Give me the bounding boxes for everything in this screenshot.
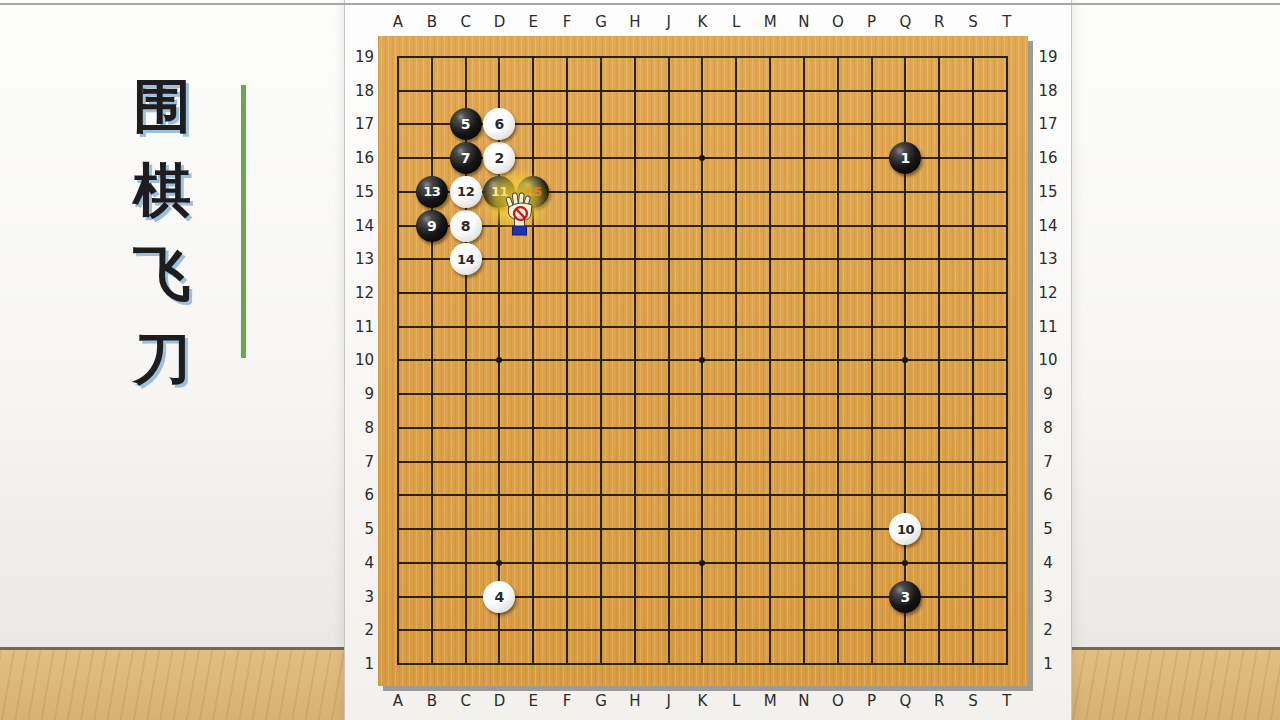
board-intersection[interactable] — [381, 512, 415, 546]
stone-black-13[interactable]: 13 — [416, 176, 448, 208]
board-intersection[interactable] — [550, 141, 584, 175]
board-intersection[interactable] — [990, 141, 1024, 175]
board-intersection[interactable] — [855, 108, 889, 142]
board-intersection[interactable] — [449, 445, 483, 479]
board-intersection[interactable] — [550, 40, 584, 74]
board-intersection[interactable] — [855, 242, 889, 276]
board-intersection[interactable] — [787, 580, 821, 614]
board-intersection[interactable] — [889, 209, 923, 243]
board-intersection[interactable] — [686, 411, 720, 445]
board-intersection[interactable] — [516, 141, 550, 175]
board-intersection[interactable] — [787, 478, 821, 512]
board-intersection[interactable] — [516, 242, 550, 276]
board-intersection[interactable] — [652, 310, 686, 344]
board-intersection[interactable] — [686, 209, 720, 243]
board-intersection[interactable] — [618, 546, 652, 580]
board-intersection[interactable] — [381, 108, 415, 142]
board-intersection[interactable] — [584, 546, 618, 580]
board-intersection[interactable] — [753, 377, 787, 411]
board-intersection[interactable] — [381, 647, 415, 681]
board-intersection[interactable] — [415, 276, 449, 310]
board-intersection[interactable] — [821, 478, 855, 512]
board-intersection[interactable] — [415, 512, 449, 546]
stone-black-5[interactable]: 5 — [450, 108, 482, 140]
board-intersection[interactable] — [449, 546, 483, 580]
board-intersection[interactable] — [719, 242, 753, 276]
board-intersection[interactable] — [956, 613, 990, 647]
board-intersection[interactable] — [686, 344, 720, 378]
board-intersection[interactable] — [686, 613, 720, 647]
board-intersection[interactable] — [652, 242, 686, 276]
board-intersection[interactable] — [584, 445, 618, 479]
board-intersection[interactable] — [922, 310, 956, 344]
board-intersection[interactable] — [618, 209, 652, 243]
board-intersection[interactable] — [618, 40, 652, 74]
board-intersection[interactable] — [415, 411, 449, 445]
board-intersection[interactable] — [821, 40, 855, 74]
board-intersection[interactable] — [889, 546, 923, 580]
board-intersection[interactable] — [719, 478, 753, 512]
board-intersection[interactable] — [719, 209, 753, 243]
board-intersection[interactable] — [787, 512, 821, 546]
board-intersection[interactable] — [922, 445, 956, 479]
board-intersection[interactable] — [922, 276, 956, 310]
board-intersection[interactable] — [889, 108, 923, 142]
board-intersection[interactable] — [652, 74, 686, 108]
board-intersection[interactable] — [381, 377, 415, 411]
board-intersection[interactable] — [584, 276, 618, 310]
board-intersection[interactable] — [821, 445, 855, 479]
board-intersection[interactable] — [415, 40, 449, 74]
board-intersection[interactable] — [686, 580, 720, 614]
board-intersection[interactable] — [415, 242, 449, 276]
board-intersection[interactable] — [956, 546, 990, 580]
board-intersection[interactable] — [516, 344, 550, 378]
stone-black-7[interactable]: 7 — [450, 142, 482, 174]
board-intersection[interactable] — [719, 108, 753, 142]
board-intersection[interactable] — [821, 141, 855, 175]
board-intersection[interactable] — [483, 276, 517, 310]
board-intersection[interactable] — [787, 175, 821, 209]
board-intersection[interactable] — [381, 478, 415, 512]
board-intersection[interactable] — [618, 344, 652, 378]
board-intersection[interactable] — [550, 445, 584, 479]
board-intersection[interactable] — [956, 344, 990, 378]
board-intersection[interactable] — [415, 141, 449, 175]
board-intersection[interactable] — [719, 74, 753, 108]
board-intersection[interactable] — [516, 310, 550, 344]
board-intersection[interactable] — [618, 580, 652, 614]
board-intersection[interactable] — [719, 512, 753, 546]
board-intersection[interactable] — [550, 108, 584, 142]
board-intersection[interactable] — [415, 546, 449, 580]
board-intersection[interactable] — [753, 344, 787, 378]
board-intersection[interactable] — [381, 242, 415, 276]
board-intersection[interactable] — [889, 40, 923, 74]
board-intersection[interactable] — [584, 141, 618, 175]
board-intersection[interactable] — [719, 411, 753, 445]
stone-white-14[interactable]: 14 — [450, 243, 482, 275]
board-intersection[interactable] — [381, 209, 415, 243]
board-intersection[interactable] — [449, 580, 483, 614]
board-intersection[interactable] — [787, 276, 821, 310]
board-intersection[interactable] — [652, 613, 686, 647]
board-intersection[interactable] — [516, 74, 550, 108]
board-intersection[interactable] — [415, 613, 449, 647]
board-intersection[interactable] — [686, 276, 720, 310]
board-intersection[interactable] — [753, 108, 787, 142]
stone-black-3[interactable]: 3 — [889, 581, 921, 613]
board-intersection[interactable] — [483, 242, 517, 276]
board-intersection[interactable] — [787, 647, 821, 681]
board-intersection[interactable] — [787, 141, 821, 175]
board-intersection[interactable] — [686, 512, 720, 546]
board-intersection[interactable] — [381, 175, 415, 209]
board-intersection[interactable] — [719, 344, 753, 378]
board-intersection[interactable] — [753, 411, 787, 445]
board-intersection[interactable] — [550, 209, 584, 243]
board-intersection[interactable] — [618, 242, 652, 276]
board-intersection[interactable] — [855, 647, 889, 681]
board-intersection[interactable] — [449, 344, 483, 378]
board-intersection[interactable] — [516, 580, 550, 614]
board-intersection[interactable] — [449, 411, 483, 445]
board-intersection[interactable] — [584, 310, 618, 344]
board-intersection[interactable] — [990, 74, 1024, 108]
board-intersection[interactable] — [652, 276, 686, 310]
board-intersection[interactable] — [686, 175, 720, 209]
board-intersection[interactable] — [753, 209, 787, 243]
board-intersection[interactable] — [449, 40, 483, 74]
board-intersection[interactable] — [855, 209, 889, 243]
board-intersection[interactable] — [889, 613, 923, 647]
board-intersection[interactable] — [719, 141, 753, 175]
board-intersection[interactable] — [652, 108, 686, 142]
board-intersection[interactable] — [787, 40, 821, 74]
board-intersection[interactable] — [449, 74, 483, 108]
board-intersection[interactable] — [787, 344, 821, 378]
board-intersection[interactable] — [686, 108, 720, 142]
board-intersection[interactable] — [855, 546, 889, 580]
board-intersection[interactable] — [381, 445, 415, 479]
board-intersection[interactable] — [922, 108, 956, 142]
board-intersection[interactable] — [516, 647, 550, 681]
board-intersection[interactable] — [449, 647, 483, 681]
board-intersection[interactable] — [449, 276, 483, 310]
board-intersection[interactable] — [483, 411, 517, 445]
board-intersection[interactable] — [584, 242, 618, 276]
board-intersection[interactable] — [990, 445, 1024, 479]
stone-white-12[interactable]: 12 — [450, 176, 482, 208]
board-intersection[interactable] — [990, 175, 1024, 209]
board-intersection[interactable] — [618, 445, 652, 479]
board-intersection[interactable] — [516, 478, 550, 512]
board-intersection[interactable] — [855, 175, 889, 209]
board-intersection[interactable] — [550, 546, 584, 580]
board-intersection[interactable] — [652, 546, 686, 580]
board-intersection[interactable] — [381, 74, 415, 108]
stone-white-8[interactable]: 8 — [450, 210, 482, 242]
board-intersection[interactable] — [652, 377, 686, 411]
board-intersection[interactable] — [618, 613, 652, 647]
board-intersection[interactable] — [686, 445, 720, 479]
board-intersection[interactable] — [381, 141, 415, 175]
board-intersection[interactable] — [550, 74, 584, 108]
board-intersection[interactable] — [922, 377, 956, 411]
board-intersection[interactable] — [584, 613, 618, 647]
board-intersection[interactable] — [550, 613, 584, 647]
board-intersection[interactable] — [821, 613, 855, 647]
board-intersection[interactable] — [415, 647, 449, 681]
board-intersection[interactable] — [821, 175, 855, 209]
board-intersection[interactable] — [686, 74, 720, 108]
board-intersection[interactable] — [652, 478, 686, 512]
board-intersection[interactable] — [686, 478, 720, 512]
board-intersection[interactable] — [550, 647, 584, 681]
board-intersection[interactable] — [821, 647, 855, 681]
board-intersection[interactable] — [787, 377, 821, 411]
board-intersection[interactable] — [889, 242, 923, 276]
board-intersection[interactable] — [415, 580, 449, 614]
board-intersection[interactable] — [889, 478, 923, 512]
board-intersection[interactable] — [855, 377, 889, 411]
board-intersection[interactable] — [990, 580, 1024, 614]
board-intersection[interactable] — [584, 647, 618, 681]
board-intersection[interactable] — [449, 478, 483, 512]
board-intersection[interactable] — [956, 580, 990, 614]
board-intersection[interactable] — [686, 647, 720, 681]
board-intersection[interactable] — [652, 512, 686, 546]
board-intersection[interactable] — [922, 141, 956, 175]
board-intersection[interactable] — [956, 445, 990, 479]
board-intersection[interactable] — [956, 242, 990, 276]
board-intersection[interactable] — [618, 141, 652, 175]
board-intersection[interactable] — [719, 175, 753, 209]
board-intersection[interactable] — [618, 108, 652, 142]
board-intersection[interactable] — [618, 377, 652, 411]
board-intersection[interactable] — [956, 209, 990, 243]
board-intersection[interactable] — [855, 445, 889, 479]
board-intersection[interactable] — [990, 276, 1024, 310]
board-intersection[interactable] — [550, 411, 584, 445]
board-intersection[interactable] — [821, 377, 855, 411]
board-intersection[interactable] — [719, 546, 753, 580]
board-intersection[interactable] — [584, 478, 618, 512]
board-intersection[interactable] — [787, 108, 821, 142]
board-intersection[interactable] — [483, 647, 517, 681]
board-intersection[interactable] — [787, 242, 821, 276]
board-intersection[interactable] — [956, 512, 990, 546]
board-intersection[interactable] — [686, 546, 720, 580]
board-intersection[interactable] — [990, 647, 1024, 681]
board-intersection[interactable] — [821, 546, 855, 580]
board-intersection[interactable] — [652, 209, 686, 243]
board-intersection[interactable] — [956, 647, 990, 681]
board-intersection[interactable] — [753, 276, 787, 310]
board-intersection[interactable] — [821, 209, 855, 243]
board-intersection[interactable] — [990, 411, 1024, 445]
board-intersection[interactable] — [753, 512, 787, 546]
board-intersection[interactable] — [956, 276, 990, 310]
board-intersection[interactable] — [483, 512, 517, 546]
board-intersection[interactable] — [855, 613, 889, 647]
board-intersection[interactable] — [821, 74, 855, 108]
board-intersection[interactable] — [550, 478, 584, 512]
board-intersection[interactable] — [449, 310, 483, 344]
board-intersection[interactable] — [753, 613, 787, 647]
board-intersection[interactable] — [990, 310, 1024, 344]
board-intersection[interactable] — [381, 40, 415, 74]
board-intersection[interactable] — [550, 242, 584, 276]
board-intersection[interactable] — [618, 512, 652, 546]
board-intersection[interactable] — [990, 546, 1024, 580]
board-intersection[interactable] — [516, 40, 550, 74]
board-intersection[interactable] — [516, 613, 550, 647]
stone-white-4[interactable]: 4 — [483, 581, 515, 613]
board-intersection[interactable] — [990, 512, 1024, 546]
board-intersection[interactable] — [922, 242, 956, 276]
board-intersection[interactable] — [922, 74, 956, 108]
board-intersection[interactable] — [956, 175, 990, 209]
board-intersection[interactable] — [415, 108, 449, 142]
board-intersection[interactable] — [483, 377, 517, 411]
board-intersection[interactable] — [889, 647, 923, 681]
board-intersection[interactable] — [990, 478, 1024, 512]
board-intersection[interactable] — [821, 512, 855, 546]
board-intersection[interactable] — [550, 512, 584, 546]
board-intersection[interactable] — [550, 310, 584, 344]
board-intersection[interactable] — [516, 108, 550, 142]
board-intersection[interactable] — [719, 445, 753, 479]
board-intersection[interactable] — [686, 40, 720, 74]
board-intersection[interactable] — [753, 242, 787, 276]
stone-black-9[interactable]: 9 — [416, 210, 448, 242]
board-intersection[interactable] — [483, 445, 517, 479]
board-intersection[interactable] — [990, 40, 1024, 74]
board-intersection[interactable] — [855, 344, 889, 378]
board-intersection[interactable] — [922, 512, 956, 546]
board-intersection[interactable] — [584, 40, 618, 74]
board-intersection[interactable] — [584, 175, 618, 209]
board-intersection[interactable] — [415, 377, 449, 411]
board-intersection[interactable] — [821, 411, 855, 445]
board-intersection[interactable] — [787, 209, 821, 243]
board-intersection[interactable] — [922, 411, 956, 445]
board-intersection[interactable] — [753, 546, 787, 580]
board-intersection[interactable] — [821, 108, 855, 142]
board-intersection[interactable] — [753, 74, 787, 108]
board-intersection[interactable] — [821, 580, 855, 614]
board-intersection[interactable] — [922, 478, 956, 512]
board-intersection[interactable] — [584, 209, 618, 243]
board-intersection[interactable] — [990, 242, 1024, 276]
board-intersection[interactable] — [889, 276, 923, 310]
board-intersection[interactable] — [618, 74, 652, 108]
board-intersection[interactable] — [719, 580, 753, 614]
board-intersection[interactable] — [652, 411, 686, 445]
board-intersection[interactable] — [956, 310, 990, 344]
board-intersection[interactable] — [618, 175, 652, 209]
board-intersection[interactable] — [821, 344, 855, 378]
board-intersection[interactable] — [652, 344, 686, 378]
board-intersection[interactable] — [855, 74, 889, 108]
board-intersection[interactable] — [516, 377, 550, 411]
board-intersection[interactable] — [381, 344, 415, 378]
board-intersection[interactable] — [381, 580, 415, 614]
board-intersection[interactable] — [855, 40, 889, 74]
board-intersection[interactable] — [516, 546, 550, 580]
board-intersection[interactable] — [415, 310, 449, 344]
board-intersection[interactable] — [719, 377, 753, 411]
board-intersection[interactable] — [753, 580, 787, 614]
board-intersection[interactable] — [449, 512, 483, 546]
board-intersection[interactable] — [652, 445, 686, 479]
board-intersection[interactable] — [584, 512, 618, 546]
board-intersection[interactable] — [855, 141, 889, 175]
board-intersection[interactable] — [483, 344, 517, 378]
board-intersection[interactable] — [753, 175, 787, 209]
board-intersection[interactable] — [516, 445, 550, 479]
board-intersection[interactable] — [889, 445, 923, 479]
board-intersection[interactable] — [584, 74, 618, 108]
board-intersection[interactable] — [550, 580, 584, 614]
board-intersection[interactable] — [855, 580, 889, 614]
board-intersection[interactable] — [821, 242, 855, 276]
board-intersection[interactable] — [787, 445, 821, 479]
board-intersection[interactable] — [483, 546, 517, 580]
board-intersection[interactable] — [618, 276, 652, 310]
board-intersection[interactable] — [618, 411, 652, 445]
board-intersection[interactable] — [922, 580, 956, 614]
board-intersection[interactable] — [889, 377, 923, 411]
board-intersection[interactable] — [787, 74, 821, 108]
board-intersection[interactable] — [753, 141, 787, 175]
board-intersection[interactable] — [584, 108, 618, 142]
board-intersection[interactable] — [855, 310, 889, 344]
board-intersection[interactable] — [381, 613, 415, 647]
board-intersection[interactable] — [889, 175, 923, 209]
board-intersection[interactable] — [922, 175, 956, 209]
board-intersection[interactable] — [855, 512, 889, 546]
board-intersection[interactable] — [381, 546, 415, 580]
board-intersection[interactable] — [889, 310, 923, 344]
board-intersection[interactable] — [686, 310, 720, 344]
board-intersection[interactable] — [381, 411, 415, 445]
board-intersection[interactable] — [855, 411, 889, 445]
board-intersection[interactable] — [753, 445, 787, 479]
board-intersection[interactable] — [516, 512, 550, 546]
board-intersection[interactable] — [719, 647, 753, 681]
board-intersection[interactable] — [956, 40, 990, 74]
board-intersection[interactable] — [990, 377, 1024, 411]
board-intersection[interactable] — [381, 276, 415, 310]
board-intersection[interactable] — [516, 276, 550, 310]
board-intersection[interactable] — [584, 344, 618, 378]
board-intersection[interactable] — [719, 613, 753, 647]
board-intersection[interactable] — [415, 445, 449, 479]
board-intersection[interactable] — [652, 141, 686, 175]
board-intersection[interactable] — [855, 276, 889, 310]
board-intersection[interactable] — [483, 40, 517, 74]
board-intersection[interactable] — [956, 74, 990, 108]
board-intersection[interactable] — [381, 310, 415, 344]
board-intersection[interactable] — [956, 478, 990, 512]
board-intersection[interactable] — [449, 613, 483, 647]
board-intersection[interactable] — [787, 411, 821, 445]
board-intersection[interactable] — [889, 344, 923, 378]
board-intersection[interactable] — [449, 377, 483, 411]
board-intersection[interactable] — [516, 411, 550, 445]
